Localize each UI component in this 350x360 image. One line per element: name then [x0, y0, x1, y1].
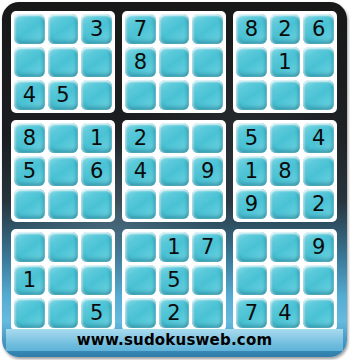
cell-r8c6[interactable]	[192, 265, 223, 295]
cell-r5c7[interactable]: 1	[236, 156, 267, 186]
sudoku-board: 3457882618156249541892151752974 www.sudo…	[2, 2, 347, 357]
cell-r5c1[interactable]: 5	[14, 156, 45, 186]
cell-r2c7[interactable]	[236, 47, 267, 77]
cell-r1c1[interactable]	[14, 14, 45, 44]
cell-r1c6[interactable]	[192, 14, 223, 44]
cell-r4c5[interactable]	[159, 123, 190, 153]
cell-r9c9[interactable]	[303, 298, 334, 328]
cell-r3c4[interactable]	[125, 80, 156, 110]
cell-r1c2[interactable]	[48, 14, 79, 44]
cell-r5c2[interactable]	[48, 156, 79, 186]
cell-r7c7[interactable]	[236, 232, 267, 262]
cell-r7c1[interactable]	[14, 232, 45, 262]
cell-r7c2[interactable]	[48, 232, 79, 262]
cell-r1c5[interactable]	[159, 14, 190, 44]
cell-r8c5[interactable]: 5	[159, 265, 190, 295]
cell-r9c5[interactable]: 2	[159, 298, 190, 328]
cell-r8c3[interactable]	[81, 265, 112, 295]
cell-r4c4[interactable]: 2	[125, 123, 156, 153]
cell-r3c9[interactable]	[303, 80, 334, 110]
cell-r6c9[interactable]: 2	[303, 189, 334, 219]
cell-r5c5[interactable]	[159, 156, 190, 186]
cell-r2c2[interactable]	[48, 47, 79, 77]
cell-r7c9[interactable]: 9	[303, 232, 334, 262]
cell-r4c6[interactable]	[192, 123, 223, 153]
cell-r9c1[interactable]	[14, 298, 45, 328]
cell-r2c5[interactable]	[159, 47, 190, 77]
cell-r7c6[interactable]: 7	[192, 232, 223, 262]
cell-r7c3[interactable]	[81, 232, 112, 262]
cell-r1c7[interactable]: 8	[236, 14, 267, 44]
cell-r9c2[interactable]	[48, 298, 79, 328]
cell-r2c6[interactable]	[192, 47, 223, 77]
cell-r3c2[interactable]: 5	[48, 80, 79, 110]
cell-r6c1[interactable]	[14, 189, 45, 219]
cell-r6c7[interactable]: 9	[236, 189, 267, 219]
cell-r6c3[interactable]	[81, 189, 112, 219]
cell-r8c1[interactable]: 1	[14, 265, 45, 295]
cell-r8c4[interactable]	[125, 265, 156, 295]
cell-r5c8[interactable]: 8	[270, 156, 301, 186]
cell-r6c2[interactable]	[48, 189, 79, 219]
box-3-3: 974	[233, 229, 337, 331]
footer-band: www.sudokusweb.com	[6, 329, 343, 351]
sudoku-grid: 3457882618156249541892151752974	[11, 11, 337, 331]
cell-r9c7[interactable]: 7	[236, 298, 267, 328]
box-2-3: 541892	[233, 120, 337, 222]
box-3-1: 15	[11, 229, 115, 331]
cell-r9c8[interactable]: 4	[270, 298, 301, 328]
cell-r9c6[interactable]	[192, 298, 223, 328]
cell-r3c7[interactable]	[236, 80, 267, 110]
box-2-1: 8156	[11, 120, 115, 222]
cell-r5c4[interactable]: 4	[125, 156, 156, 186]
cell-r2c9[interactable]	[303, 47, 334, 77]
box-1-3: 8261	[233, 11, 337, 113]
cell-r4c7[interactable]: 5	[236, 123, 267, 153]
box-3-2: 1752	[122, 229, 226, 331]
cell-r3c3[interactable]	[81, 80, 112, 110]
cell-r7c4[interactable]	[125, 232, 156, 262]
cell-r3c6[interactable]	[192, 80, 223, 110]
cell-r5c3[interactable]: 6	[81, 156, 112, 186]
cell-r6c8[interactable]	[270, 189, 301, 219]
cell-r1c8[interactable]: 2	[270, 14, 301, 44]
cell-r4c9[interactable]: 4	[303, 123, 334, 153]
cell-r5c6[interactable]: 9	[192, 156, 223, 186]
cell-r1c9[interactable]: 6	[303, 14, 334, 44]
cell-r2c4[interactable]: 8	[125, 47, 156, 77]
cell-r1c4[interactable]: 7	[125, 14, 156, 44]
cell-r4c1[interactable]: 8	[14, 123, 45, 153]
site-link[interactable]: www.sudokusweb.com	[77, 331, 272, 349]
cell-r6c4[interactable]	[125, 189, 156, 219]
cell-r2c3[interactable]	[81, 47, 112, 77]
cell-r9c4[interactable]	[125, 298, 156, 328]
cell-r2c1[interactable]	[14, 47, 45, 77]
cell-r5c9[interactable]	[303, 156, 334, 186]
cell-r8c9[interactable]	[303, 265, 334, 295]
box-1-1: 345	[11, 11, 115, 113]
cell-r4c3[interactable]: 1	[81, 123, 112, 153]
cell-r3c1[interactable]: 4	[14, 80, 45, 110]
cell-r9c3[interactable]: 5	[81, 298, 112, 328]
cell-r8c2[interactable]	[48, 265, 79, 295]
cell-r8c7[interactable]	[236, 265, 267, 295]
cell-r3c5[interactable]	[159, 80, 190, 110]
cell-r8c8[interactable]	[270, 265, 301, 295]
cell-r4c2[interactable]	[48, 123, 79, 153]
cell-r6c5[interactable]	[159, 189, 190, 219]
cell-r4c8[interactable]	[270, 123, 301, 153]
box-2-2: 249	[122, 120, 226, 222]
cell-r7c8[interactable]	[270, 232, 301, 262]
cell-r1c3[interactable]: 3	[81, 14, 112, 44]
cell-r6c6[interactable]	[192, 189, 223, 219]
cell-r2c8[interactable]: 1	[270, 47, 301, 77]
cell-r7c5[interactable]: 1	[159, 232, 190, 262]
cell-r3c8[interactable]	[270, 80, 301, 110]
box-1-2: 78	[122, 11, 226, 113]
